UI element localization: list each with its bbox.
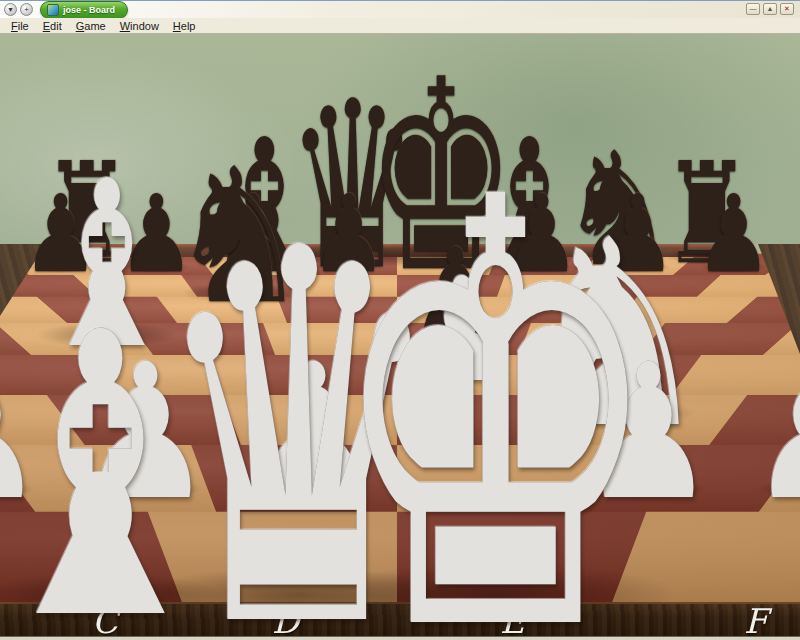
titlebar[interactable]: ▾ + jose - Board — ▲ ✕	[0, 1, 800, 18]
board-scene: ♜♝♛♚♝♞♜♟♟♟♟♟♟♟♞♟♝♟♞♟♟♟♟♟♟♟♜♞♝♛♚♜ CDEF	[0, 34, 800, 636]
maximize-icon[interactable]: ▲	[763, 3, 777, 15]
menu-item-help[interactable]: Help	[166, 20, 203, 32]
add-button[interactable]: +	[20, 3, 33, 16]
app-icon	[47, 4, 59, 16]
menu-item-edit[interactable]: Edit	[36, 20, 69, 32]
shade-button[interactable]: ▾	[4, 3, 17, 16]
menu-item-game[interactable]: Game	[69, 20, 113, 32]
piece-white-pawn-g2[interactable]: ♟	[742, 339, 800, 526]
file-label-f: F	[744, 605, 768, 636]
window-bottom-border	[0, 636, 800, 640]
menu-item-window[interactable]: Window	[113, 20, 166, 32]
minimize-icon[interactable]: —	[746, 3, 760, 15]
window-title: jose - Board	[63, 5, 115, 15]
close-icon[interactable]: ✕	[780, 3, 794, 15]
piece-white-king-e1[interactable]: ♚	[307, 124, 684, 636]
window-tab[interactable]: jose - Board	[40, 1, 128, 19]
menubar: FileEditGameWindowHelp	[0, 18, 800, 34]
menu-item-file[interactable]: File	[4, 20, 36, 32]
